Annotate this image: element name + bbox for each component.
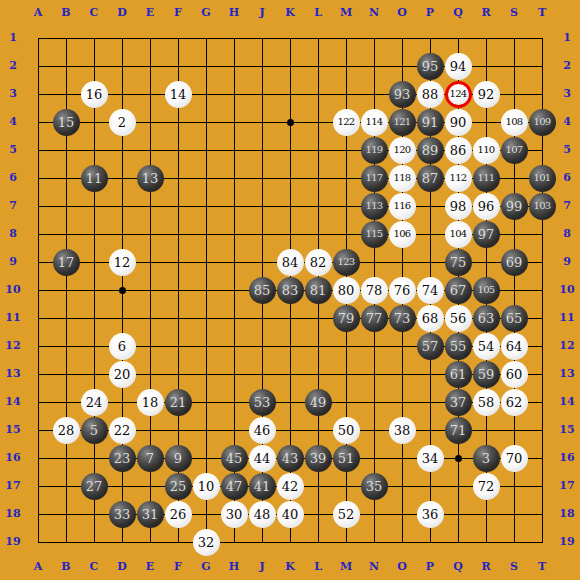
- row-label-3: 3: [558, 80, 576, 108]
- stone-white-26-F18: 26: [165, 501, 192, 528]
- stone-white-108-S4: 108: [501, 109, 528, 136]
- stone-black-15-B4: 15: [53, 109, 80, 136]
- stone-black-59-R13: 59: [473, 361, 500, 388]
- move-number: 92: [478, 88, 495, 101]
- board-intersections[interactable]: 2356791011121314151617182021222324252627…: [24, 24, 556, 556]
- stone-white-104-Q8: 104: [445, 221, 472, 248]
- col-label-F: F: [164, 558, 192, 576]
- row-label-15: 15: [4, 416, 22, 444]
- stone-white-78-N10: 78: [361, 277, 388, 304]
- stone-black-37-Q14: 37: [445, 389, 472, 416]
- move-number: 12: [114, 256, 131, 269]
- col-label-N: N: [360, 558, 388, 576]
- move-number: 61: [450, 368, 467, 381]
- move-number: 15: [58, 116, 75, 129]
- col-label-H: H: [220, 558, 248, 576]
- stone-black-51-M16: 51: [333, 445, 360, 472]
- col-label-K: K: [276, 4, 304, 22]
- stone-white-46-J15: 46: [249, 417, 276, 444]
- stone-white-20-D13: 20: [109, 361, 136, 388]
- move-number: 42: [282, 480, 299, 493]
- stone-black-35-N17: 35: [361, 473, 388, 500]
- stone-black-103-T7: 103: [529, 193, 556, 220]
- stone-black-3-R16: 3: [473, 445, 500, 472]
- stone-white-48-J18: 48: [249, 501, 276, 528]
- row-label-4: 4: [558, 108, 576, 136]
- row-label-9: 9: [558, 248, 576, 276]
- col-label-M: M: [332, 4, 360, 22]
- stone-white-32-G19: 32: [193, 529, 220, 556]
- row-label-12: 12: [558, 332, 576, 360]
- stone-white-14-F3: 14: [165, 81, 192, 108]
- stone-white-68-P11: 68: [417, 305, 444, 332]
- stone-black-111-R6: 111: [473, 165, 500, 192]
- col-label-O: O: [388, 558, 416, 576]
- stone-black-77-N11: 77: [361, 305, 388, 332]
- col-label-C: C: [80, 558, 108, 576]
- move-number: 10: [198, 480, 215, 493]
- move-number: 71: [450, 424, 467, 437]
- move-number: 89: [422, 144, 439, 157]
- row-label-17: 17: [4, 472, 22, 500]
- stone-white-96-R7: 96: [473, 193, 500, 220]
- row-label-10: 10: [4, 276, 22, 304]
- move-number: 105: [478, 285, 495, 295]
- stone-white-118-O6: 118: [389, 165, 416, 192]
- move-number: 82: [310, 256, 327, 269]
- row-label-6: 6: [558, 164, 576, 192]
- stone-white-116-O7: 116: [389, 193, 416, 220]
- stone-white-28-B15: 28: [53, 417, 80, 444]
- move-number: 3: [482, 452, 490, 465]
- row-label-19: 19: [558, 528, 576, 556]
- row-label-1: 1: [4, 24, 22, 52]
- stone-black-79-M11: 79: [333, 305, 360, 332]
- stone-black-117-N6: 117: [361, 165, 388, 192]
- stone-white-56-Q11: 56: [445, 305, 472, 332]
- stone-white-64-S12: 64: [501, 333, 528, 360]
- stone-black-123-M9: 123: [333, 249, 360, 276]
- stone-white-52-M18: 52: [333, 501, 360, 528]
- stone-black-101-T6: 101: [529, 165, 556, 192]
- move-number: 94: [450, 60, 467, 73]
- col-label-B: B: [52, 4, 80, 22]
- stone-black-73-O11: 73: [389, 305, 416, 332]
- col-label-G: G: [192, 558, 220, 576]
- col-label-B: B: [52, 558, 80, 576]
- stone-black-99-S7: 99: [501, 193, 528, 220]
- move-number: 9: [174, 452, 182, 465]
- star-point-D10: [119, 287, 126, 294]
- stone-black-55-Q12: 55: [445, 333, 472, 360]
- stone-white-88-P3: 88: [417, 81, 444, 108]
- move-number: 27: [86, 480, 103, 493]
- move-number: 68: [422, 312, 439, 325]
- stone-black-115-N8: 115: [361, 221, 388, 248]
- col-label-H: H: [220, 4, 248, 22]
- stone-black-67-Q10: 67: [445, 277, 472, 304]
- move-number: 124: [450, 89, 467, 99]
- move-number: 114: [366, 117, 383, 127]
- move-number: 75: [450, 256, 467, 269]
- stone-black-21-F14: 21: [165, 389, 192, 416]
- move-number: 108: [506, 117, 523, 127]
- stone-white-122-M4: 122: [333, 109, 360, 136]
- move-number: 43: [282, 452, 299, 465]
- stone-black-93-O3: 93: [389, 81, 416, 108]
- stone-black-53-J14: 53: [249, 389, 276, 416]
- stone-black-49-L14: 49: [305, 389, 332, 416]
- move-number: 97: [478, 228, 495, 241]
- move-number: 38: [394, 424, 411, 437]
- move-number: 123: [338, 257, 355, 267]
- move-number: 44: [254, 452, 271, 465]
- row-label-4: 4: [4, 108, 22, 136]
- col-label-S: S: [500, 558, 528, 576]
- move-number: 30: [226, 508, 243, 521]
- stone-white-124-Q3: 124: [445, 81, 472, 108]
- move-number: 73: [394, 312, 411, 325]
- stone-black-25-F17: 25: [165, 473, 192, 500]
- col-label-P: P: [416, 4, 444, 22]
- move-number: 49: [310, 396, 327, 409]
- move-number: 117: [366, 173, 383, 183]
- stone-black-63-R11: 63: [473, 305, 500, 332]
- col-label-C: C: [80, 4, 108, 22]
- stone-white-24-C14: 24: [81, 389, 108, 416]
- stone-black-5-C15: 5: [81, 417, 108, 444]
- move-number: 22: [114, 424, 131, 437]
- col-label-L: L: [304, 4, 332, 22]
- move-number: 107: [506, 145, 523, 155]
- move-number: 88: [422, 88, 439, 101]
- move-number: 20: [114, 368, 131, 381]
- col-label-A: A: [24, 558, 52, 576]
- star-point-K4: [287, 119, 294, 126]
- move-number: 70: [506, 452, 523, 465]
- move-number: 45: [226, 452, 243, 465]
- move-number: 46: [254, 424, 271, 437]
- col-label-Q: Q: [444, 4, 472, 22]
- stone-white-6-D12: 6: [109, 333, 136, 360]
- move-number: 56: [450, 312, 467, 325]
- row-label-17: 17: [558, 472, 576, 500]
- col-label-D: D: [108, 4, 136, 22]
- move-number: 110: [478, 145, 495, 155]
- move-number: 31: [142, 508, 159, 521]
- move-number: 60: [506, 368, 523, 381]
- stone-white-84-K9: 84: [277, 249, 304, 276]
- col-label-N: N: [360, 4, 388, 22]
- move-number: 113: [366, 201, 383, 211]
- col-label-F: F: [164, 4, 192, 22]
- col-label-Q: Q: [444, 558, 472, 576]
- move-number: 55: [450, 340, 467, 353]
- stone-white-90-Q4: 90: [445, 109, 472, 136]
- row-label-8: 8: [558, 220, 576, 248]
- stone-white-62-S14: 62: [501, 389, 528, 416]
- move-number: 101: [534, 173, 551, 183]
- stone-white-36-P18: 36: [417, 501, 444, 528]
- stone-white-86-Q5: 86: [445, 137, 472, 164]
- stone-white-76-O10: 76: [389, 277, 416, 304]
- move-number: 41: [254, 480, 271, 493]
- col-label-J: J: [248, 558, 276, 576]
- move-number: 18: [142, 396, 159, 409]
- row-label-5: 5: [558, 136, 576, 164]
- move-number: 112: [450, 173, 467, 183]
- stone-white-12-D9: 12: [109, 249, 136, 276]
- col-label-T: T: [528, 558, 556, 576]
- stone-black-17-B9: 17: [53, 249, 80, 276]
- stone-black-119-N5: 119: [361, 137, 388, 164]
- stone-black-107-S5: 107: [501, 137, 528, 164]
- move-number: 36: [422, 508, 439, 521]
- col-label-A: A: [24, 4, 52, 22]
- row-label-19: 19: [4, 528, 22, 556]
- move-number: 40: [282, 508, 299, 521]
- move-number: 16: [86, 88, 103, 101]
- move-number: 57: [422, 340, 439, 353]
- stone-black-81-L10: 81: [305, 277, 332, 304]
- stone-white-114-N4: 114: [361, 109, 388, 136]
- stone-white-82-L9: 82: [305, 249, 332, 276]
- stone-black-91-P4: 91: [417, 109, 444, 136]
- move-number: 118: [394, 173, 411, 183]
- row-label-2: 2: [558, 52, 576, 80]
- move-number: 111: [478, 173, 495, 183]
- move-number: 2: [118, 116, 126, 129]
- move-number: 104: [450, 229, 467, 239]
- stone-white-34-P16: 34: [417, 445, 444, 472]
- row-label-13: 13: [4, 360, 22, 388]
- move-number: 115: [366, 229, 383, 239]
- stone-white-92-R3: 92: [473, 81, 500, 108]
- stone-white-16-C3: 16: [81, 81, 108, 108]
- col-label-L: L: [304, 558, 332, 576]
- move-number: 28: [58, 424, 75, 437]
- move-number: 32: [198, 536, 215, 549]
- row-label-12: 12: [4, 332, 22, 360]
- move-number: 116: [394, 201, 411, 211]
- stone-white-58-R14: 58: [473, 389, 500, 416]
- move-number: 85: [254, 284, 271, 297]
- stone-black-85-J10: 85: [249, 277, 276, 304]
- stone-black-27-C17: 27: [81, 473, 108, 500]
- column-labels-top: ABCDEFGHJKLMNOPQRST: [24, 4, 556, 22]
- go-board-diagram: ABCDEFGHJKLMNOPQRST ABCDEFGHJKLMNOPQRST …: [0, 0, 580, 580]
- move-number: 67: [450, 284, 467, 297]
- row-label-13: 13: [558, 360, 576, 388]
- col-label-J: J: [248, 4, 276, 22]
- stone-black-109-T4: 109: [529, 109, 556, 136]
- stone-black-13-E6: 13: [137, 165, 164, 192]
- row-label-6: 6: [4, 164, 22, 192]
- move-number: 93: [394, 88, 411, 101]
- stone-black-89-P5: 89: [417, 137, 444, 164]
- stone-black-43-K16: 43: [277, 445, 304, 472]
- stone-white-10-G17: 10: [193, 473, 220, 500]
- move-number: 81: [310, 284, 327, 297]
- stone-black-31-E18: 31: [137, 501, 164, 528]
- move-number: 21: [170, 396, 187, 409]
- move-number: 121: [394, 117, 411, 127]
- move-number: 51: [338, 452, 355, 465]
- star-point-Q16: [455, 455, 462, 462]
- move-number: 84: [282, 256, 299, 269]
- move-number: 106: [394, 229, 411, 239]
- stone-white-98-Q7: 98: [445, 193, 472, 220]
- row-label-18: 18: [558, 500, 576, 528]
- stone-black-71-Q15: 71: [445, 417, 472, 444]
- move-number: 59: [478, 368, 495, 381]
- stone-white-50-M15: 50: [333, 417, 360, 444]
- col-label-T: T: [528, 4, 556, 22]
- move-number: 52: [338, 508, 355, 521]
- row-label-7: 7: [4, 192, 22, 220]
- stone-black-87-P6: 87: [417, 165, 444, 192]
- stone-black-23-D16: 23: [109, 445, 136, 472]
- move-number: 26: [170, 508, 187, 521]
- stone-white-38-O15: 38: [389, 417, 416, 444]
- move-number: 77: [366, 312, 383, 325]
- stone-white-72-R17: 72: [473, 473, 500, 500]
- move-number: 87: [422, 172, 439, 185]
- move-number: 37: [450, 396, 467, 409]
- move-number: 62: [506, 396, 523, 409]
- col-label-E: E: [136, 4, 164, 22]
- move-number: 91: [422, 116, 439, 129]
- move-number: 63: [478, 312, 495, 325]
- move-number: 11: [86, 172, 103, 185]
- stone-white-70-S16: 70: [501, 445, 528, 472]
- row-label-15: 15: [558, 416, 576, 444]
- move-number: 109: [534, 117, 551, 127]
- row-label-3: 3: [4, 80, 22, 108]
- stone-black-47-H17: 47: [221, 473, 248, 500]
- row-label-11: 11: [4, 304, 22, 332]
- row-label-10: 10: [558, 276, 576, 304]
- stone-black-11-C6: 11: [81, 165, 108, 192]
- move-number: 14: [170, 88, 187, 101]
- move-number: 13: [142, 172, 159, 185]
- row-labels-right: 12345678910111213141516171819: [558, 24, 576, 556]
- row-labels-left: 12345678910111213141516171819: [4, 24, 22, 556]
- move-number: 80: [338, 284, 355, 297]
- move-number: 54: [478, 340, 495, 353]
- stone-black-57-P12: 57: [417, 333, 444, 360]
- col-label-E: E: [136, 558, 164, 576]
- move-number: 74: [422, 284, 439, 297]
- move-number: 95: [422, 60, 439, 73]
- row-label-1: 1: [558, 24, 576, 52]
- stone-black-69-S9: 69: [501, 249, 528, 276]
- move-number: 78: [366, 284, 383, 297]
- move-number: 96: [478, 200, 495, 213]
- move-number: 103: [534, 201, 551, 211]
- col-label-S: S: [500, 4, 528, 22]
- column-labels-bottom: ABCDEFGHJKLMNOPQRST: [24, 558, 556, 576]
- move-number: 76: [394, 284, 411, 297]
- stone-black-65-S11: 65: [501, 305, 528, 332]
- col-label-O: O: [388, 4, 416, 22]
- row-label-5: 5: [4, 136, 22, 164]
- row-label-8: 8: [4, 220, 22, 248]
- move-number: 90: [450, 116, 467, 129]
- row-label-16: 16: [558, 444, 576, 472]
- stone-white-22-D15: 22: [109, 417, 136, 444]
- stone-white-110-R5: 110: [473, 137, 500, 164]
- stone-black-75-Q9: 75: [445, 249, 472, 276]
- stone-white-112-Q6: 112: [445, 165, 472, 192]
- stone-black-121-O4: 121: [389, 109, 416, 136]
- move-number: 53: [254, 396, 271, 409]
- move-number: 69: [506, 256, 523, 269]
- row-label-18: 18: [4, 500, 22, 528]
- move-number: 120: [394, 145, 411, 155]
- col-label-R: R: [472, 4, 500, 22]
- stone-white-60-S13: 60: [501, 361, 528, 388]
- stone-black-45-H16: 45: [221, 445, 248, 472]
- move-number: 99: [506, 200, 523, 213]
- stone-black-39-L16: 39: [305, 445, 332, 472]
- stone-black-105-R10: 105: [473, 277, 500, 304]
- move-number: 64: [506, 340, 523, 353]
- stone-black-83-K10: 83: [277, 277, 304, 304]
- stone-black-33-D18: 33: [109, 501, 136, 528]
- move-number: 7: [146, 452, 154, 465]
- row-label-14: 14: [4, 388, 22, 416]
- move-number: 35: [366, 480, 383, 493]
- move-number: 48: [254, 508, 271, 521]
- move-number: 86: [450, 144, 467, 157]
- stone-white-120-O5: 120: [389, 137, 416, 164]
- row-label-2: 2: [4, 52, 22, 80]
- stone-black-95-P2: 95: [417, 53, 444, 80]
- stone-black-9-F16: 9: [165, 445, 192, 472]
- move-number: 47: [226, 480, 243, 493]
- stone-black-61-Q13: 61: [445, 361, 472, 388]
- row-label-14: 14: [558, 388, 576, 416]
- move-number: 39: [310, 452, 327, 465]
- move-number: 58: [478, 396, 495, 409]
- move-number: 122: [338, 117, 355, 127]
- stone-white-44-J16: 44: [249, 445, 276, 472]
- move-number: 65: [506, 312, 523, 325]
- stone-white-74-P10: 74: [417, 277, 444, 304]
- col-label-P: P: [416, 558, 444, 576]
- stone-white-42-K17: 42: [277, 473, 304, 500]
- move-number: 119: [366, 145, 383, 155]
- stone-white-30-H18: 30: [221, 501, 248, 528]
- stone-white-94-Q2: 94: [445, 53, 472, 80]
- move-number: 5: [90, 424, 98, 437]
- stone-white-54-R12: 54: [473, 333, 500, 360]
- col-label-M: M: [332, 558, 360, 576]
- move-number: 17: [58, 256, 75, 269]
- stone-black-97-R8: 97: [473, 221, 500, 248]
- col-label-K: K: [276, 558, 304, 576]
- stone-white-18-E14: 18: [137, 389, 164, 416]
- move-number: 25: [170, 480, 187, 493]
- move-number: 79: [338, 312, 355, 325]
- stone-white-106-O8: 106: [389, 221, 416, 248]
- col-label-G: G: [192, 4, 220, 22]
- move-number: 34: [422, 452, 439, 465]
- move-number: 6: [118, 340, 126, 353]
- stone-white-80-M10: 80: [333, 277, 360, 304]
- stone-black-7-E16: 7: [137, 445, 164, 472]
